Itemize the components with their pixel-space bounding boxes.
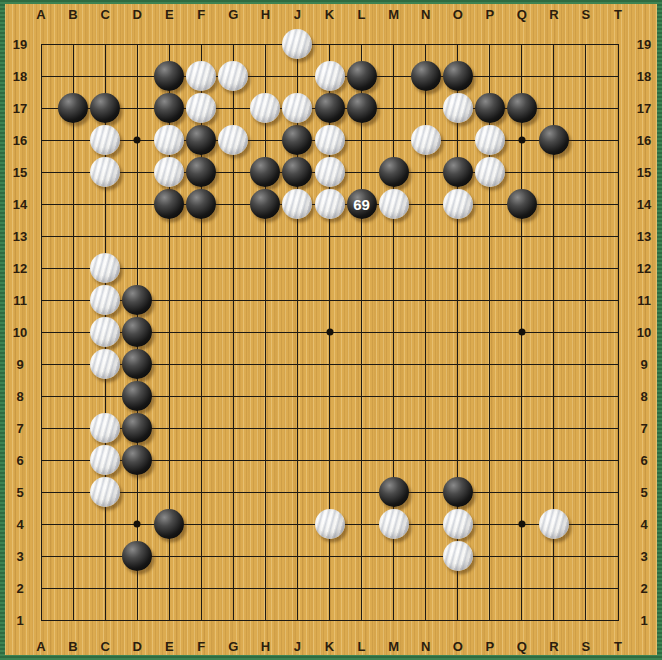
coordinate-label-row: 7 [640,421,647,436]
white-stone[interactable] [90,349,120,379]
star-point [518,521,525,528]
coordinate-label-row: 6 [16,453,23,468]
white-stone[interactable] [443,541,473,571]
coordinate-label-column: P [485,639,494,654]
white-stone[interactable] [282,29,312,59]
coordinate-label-column: P [485,7,494,22]
coordinate-label-row: 11 [637,293,651,308]
coordinate-label-row: 17 [13,101,27,116]
coordinate-label-row: 4 [640,517,647,532]
white-stone[interactable] [90,413,120,443]
coordinate-label-row: 5 [16,485,23,500]
black-stone[interactable] [250,157,280,187]
coordinate-label-row: 19 [13,37,27,52]
coordinate-label-column: O [453,639,463,654]
coordinate-label-row: 13 [13,229,27,244]
black-stone[interactable]: 69 [347,189,377,219]
coordinate-label-column: A [36,7,45,22]
white-stone[interactable] [250,93,280,123]
white-stone[interactable] [186,93,216,123]
coordinate-label-column: K [325,639,334,654]
coordinate-label-row: 15 [13,165,27,180]
coordinate-label-column: N [421,7,430,22]
coordinate-label-row: 19 [637,37,651,52]
coordinate-label-row: 16 [13,133,27,148]
black-stone[interactable] [347,61,377,91]
black-stone[interactable] [507,93,537,123]
grid-line-horizontal [41,44,619,45]
coordinate-label-row: 8 [640,389,647,404]
black-stone[interactable] [122,381,152,411]
white-stone[interactable] [315,157,345,187]
grid-line-vertical [361,44,362,621]
coordinate-label-column: A [36,639,45,654]
grid-line-vertical [618,44,619,621]
black-stone[interactable] [122,413,152,443]
white-stone[interactable] [218,125,248,155]
grid-line-horizontal [41,588,619,589]
coordinate-label-row: 2 [16,581,23,596]
coordinate-label-column: H [261,7,270,22]
coordinate-label-column: L [358,7,366,22]
star-point [134,137,141,144]
black-stone[interactable] [250,189,280,219]
white-stone[interactable] [379,509,409,539]
grid-line-horizontal [41,236,619,237]
white-stone[interactable] [90,477,120,507]
black-stone[interactable] [90,93,120,123]
black-stone[interactable] [122,349,152,379]
coordinate-label-column: Q [517,7,527,22]
coordinate-label-row: 13 [637,229,651,244]
coordinate-label-row: 8 [16,389,23,404]
go-client-screen: AABBCCDDEEFFGGHHJJKKLLMMNNOOPPQQRRSSTT19… [0,0,662,660]
white-stone[interactable] [282,93,312,123]
black-stone[interactable] [282,125,312,155]
coordinate-label-row: 11 [13,293,27,308]
coordinate-label-row: 12 [13,261,27,276]
black-stone[interactable] [122,317,152,347]
white-stone[interactable] [315,61,345,91]
coordinate-label-row: 9 [16,357,23,372]
black-stone[interactable] [122,285,152,315]
white-stone[interactable] [443,93,473,123]
coordinate-label-row: 1 [640,613,647,628]
move-number-label: 69 [353,197,370,212]
coordinate-label-column: T [614,639,622,654]
coordinate-label-column: F [197,639,205,654]
grid-line-vertical [265,44,266,621]
coordinate-label-row: 17 [637,101,651,116]
coordinate-label-column: N [421,639,430,654]
black-stone[interactable] [443,477,473,507]
grid-line-horizontal [41,620,619,621]
coordinate-label-column: G [228,7,238,22]
white-stone[interactable] [443,509,473,539]
coordinate-label-column: L [358,639,366,654]
white-stone[interactable] [186,61,216,91]
coordinate-label-column: B [68,7,77,22]
grid-line-horizontal [41,492,619,493]
black-stone[interactable] [186,125,216,155]
coordinate-label-row: 10 [637,325,651,340]
coordinate-label-column: S [582,639,591,654]
grid-line-vertical [73,44,74,621]
white-stone[interactable] [539,509,569,539]
white-stone[interactable] [315,125,345,155]
coordinate-label-row: 3 [16,549,23,564]
coordinate-label-column: S [582,7,591,22]
white-stone[interactable] [411,125,441,155]
coordinate-label-row: 18 [637,69,651,84]
coordinate-label-row: 15 [637,165,651,180]
coordinate-label-column: D [132,639,141,654]
grid-line-vertical [585,44,586,621]
coordinate-label-column: G [228,639,238,654]
black-stone[interactable] [282,157,312,187]
black-stone[interactable] [58,93,88,123]
coordinate-label-column: M [388,639,399,654]
white-stone[interactable] [475,125,505,155]
white-stone[interactable] [154,125,184,155]
white-stone[interactable] [90,253,120,283]
white-stone[interactable] [90,445,120,475]
coordinate-label-row: 7 [16,421,23,436]
white-stone[interactable] [90,157,120,187]
coordinate-label-row: 3 [640,549,647,564]
star-point [326,329,333,336]
coordinate-label-column: C [100,7,109,22]
coordinate-label-column: J [294,7,301,22]
black-stone[interactable] [122,445,152,475]
black-stone[interactable] [154,509,184,539]
star-point [518,329,525,336]
coordinate-label-column: R [549,639,558,654]
white-stone[interactable] [315,189,345,219]
coordinate-label-column: E [165,7,174,22]
white-stone[interactable] [443,189,473,219]
white-stone[interactable] [90,317,120,347]
black-stone[interactable] [186,157,216,187]
black-stone[interactable] [347,93,377,123]
black-stone[interactable] [507,189,537,219]
coordinate-label-row: 16 [637,133,651,148]
coordinate-label-column: R [549,7,558,22]
white-stone[interactable] [315,509,345,539]
black-stone[interactable] [539,125,569,155]
coordinate-label-row: 2 [640,581,647,596]
coordinate-label-row: 12 [637,261,651,276]
coordinate-label-column: T [614,7,622,22]
coordinate-label-row: 14 [13,197,27,212]
coordinate-label-column: E [165,639,174,654]
star-point [134,521,141,528]
coordinate-label-column: K [325,7,334,22]
black-stone[interactable] [379,477,409,507]
star-point [518,137,525,144]
coordinate-label-row: 18 [13,69,27,84]
coordinate-label-row: 14 [637,197,651,212]
white-stone[interactable] [282,189,312,219]
black-stone[interactable] [154,93,184,123]
white-stone[interactable] [379,189,409,219]
black-stone[interactable] [379,157,409,187]
black-stone[interactable] [154,189,184,219]
coordinate-label-row: 1 [16,613,23,628]
coordinate-label-column: M [388,7,399,22]
black-stone[interactable] [154,61,184,91]
white-stone[interactable] [475,157,505,187]
coordinate-label-column: H [261,639,270,654]
coordinate-label-row: 6 [640,453,647,468]
black-stone[interactable] [186,189,216,219]
coordinate-label-row: 4 [16,517,23,532]
black-stone[interactable] [122,541,152,571]
coordinate-label-column: Q [517,639,527,654]
grid-line-vertical [41,44,42,621]
coordinate-label-row: 5 [640,485,647,500]
coordinate-label-row: 10 [13,325,27,340]
black-stone[interactable] [475,93,505,123]
black-stone[interactable] [315,93,345,123]
coordinate-label-column: F [197,7,205,22]
white-stone[interactable] [90,125,120,155]
coordinate-label-column: D [132,7,141,22]
black-stone[interactable] [411,61,441,91]
coordinate-label-column: J [294,639,301,654]
white-stone[interactable] [218,61,248,91]
white-stone[interactable] [154,157,184,187]
white-stone[interactable] [90,285,120,315]
coordinate-label-column: B [68,639,77,654]
coordinate-label-column: O [453,7,463,22]
grid-line-horizontal [41,268,619,269]
coordinate-label-column: C [100,639,109,654]
coordinate-label-row: 9 [640,357,647,372]
black-stone[interactable] [443,61,473,91]
black-stone[interactable] [443,157,473,187]
